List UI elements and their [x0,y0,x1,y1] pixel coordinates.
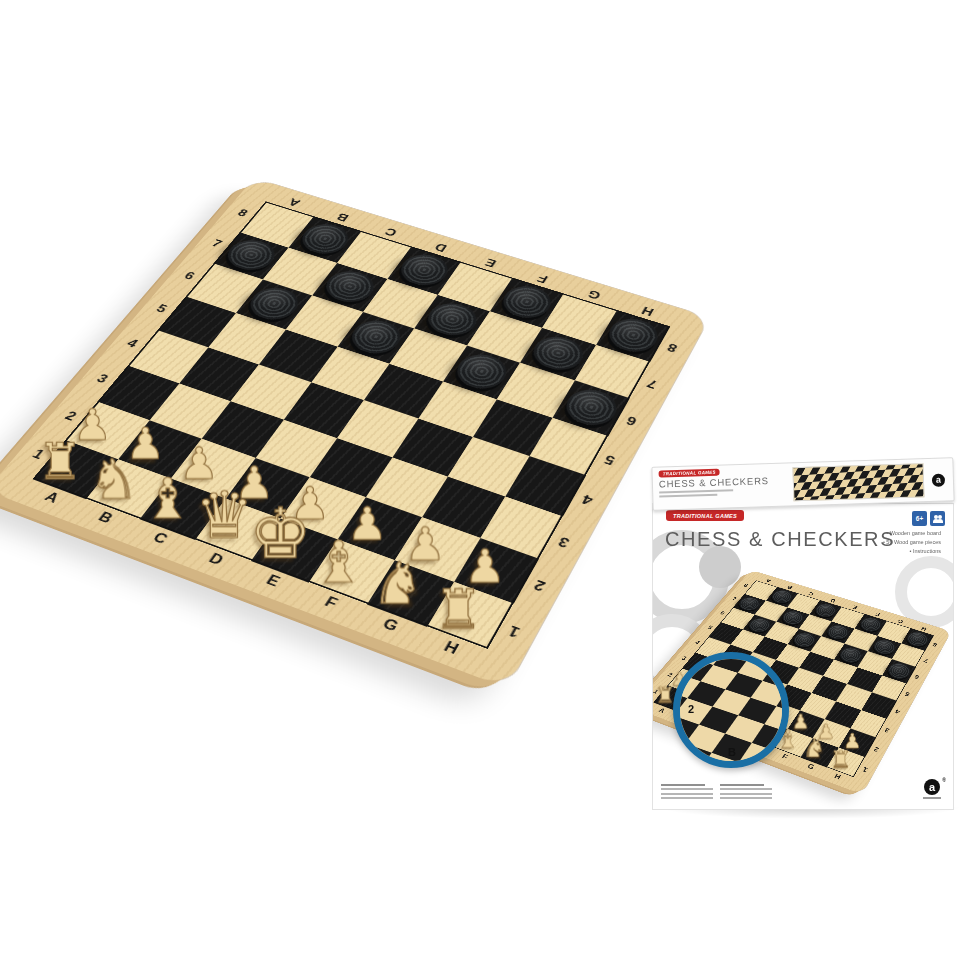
magnified-file-label: B [728,746,736,758]
page-background: ABCDEFGH8877665544332♟♟♟♟♟♟♟♟21♜♞♝♛♚♝♞♜1… [0,0,960,960]
fine-print-column [661,784,713,800]
feature-item: • Instructions [909,548,941,554]
magnified-rank-label: 2 [688,703,694,715]
white-king: ♚ [248,499,313,569]
brand-logo: a ® [923,779,941,799]
product-box: TRADITIONAL GAMES CHESS & CHECKERS a ABC… [652,462,954,810]
white-rook: ♜ [425,581,492,635]
brand-logo-letter: a [936,475,941,485]
player-icon [937,515,943,523]
age-badge-text: 6+ [916,515,923,522]
fine-print [661,784,772,800]
brand-badge: TRADITIONAL GAMES [666,510,744,521]
board-photo: ABCDEFGH8877665544332♟♟♟♟♟♟♟♟21♜♞♝♛♚♝♞♜1… [0,128,760,688]
brand-logo-icon: a [932,473,945,486]
brand-logo-letter: a [929,781,935,793]
box-top-text-block: TRADITIONAL GAMES CHESS & CHECKERS [652,463,791,509]
brand-name-line [923,797,941,799]
white-knight: ♞ [799,736,828,761]
fine-print-column [720,784,772,800]
age-badge: 6+ [912,511,927,526]
black-checker [837,645,865,665]
white-knight: ♞ [365,555,431,613]
square-g6 [497,363,574,418]
box-front-panel: ABCDEFGH8877665544332♟♟♟♟♟♟♟♟21♜♞♝♛♚♝♞♜1… [652,503,954,810]
feature-item: • Wooden game board [886,530,941,536]
white-rook: ♜ [826,747,855,771]
game-board: ABCDEFGH8877665544332♟♟♟♟♟♟♟♟21♜♞♝♛♚♝♞♜1… [0,178,710,688]
box-top-board-art [792,463,924,501]
magnifier-circle: 2 B [673,652,789,768]
white-queen: ♛ [192,483,256,548]
feature-list: • Wooden game board • 56 Wood game piece… [883,529,941,555]
white-bishop: ♝ [306,533,371,590]
players-badge [930,511,945,526]
rank-label-right: 7 [630,361,675,405]
box-top-fine-print-line [659,489,733,493]
product-title: CHESS & CHECKERS [665,528,895,551]
feature-item: • 56 Wood game pieces [883,539,941,545]
brand-logo-icon: a ® [924,779,940,795]
registered-mark: ® [942,777,946,783]
box-top-fine-print-line [659,494,717,498]
white-bishop: ♝ [136,471,199,526]
